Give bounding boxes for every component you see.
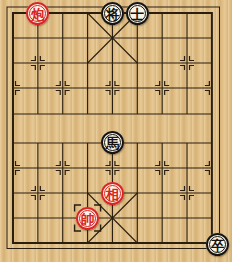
piece-character: 炮 [31,7,45,21]
xiangqi-board: 炮将士馬相帥卒 [0,0,232,262]
piece-character: 帥 [81,212,95,226]
piece-black-advisor[interactable]: 士 [126,2,149,25]
board-cell: 士 [125,1,150,27]
board-cell: 卒 [199,231,224,257]
piece-character: 将 [106,7,120,21]
piece-black-soldier[interactable]: 卒 [206,233,229,256]
piece-character: 士 [131,7,145,21]
piece-red-general[interactable]: 帥 [76,207,99,230]
piece-character: 相 [106,187,120,201]
board-cell: 将 [100,1,125,27]
piece-black-general[interactable]: 将 [101,2,124,25]
board-cell: 炮 [25,1,50,27]
piece-character: 馬 [106,136,120,150]
piece-layer: 炮将士馬相帥卒 [1,1,225,257]
piece-black-horse[interactable]: 馬 [101,131,124,154]
piece-red-cannon[interactable]: 炮 [26,2,49,25]
board-cell: 帥 [75,206,100,231]
piece-red-elephant[interactable]: 相 [101,182,124,205]
piece-character: 卒 [211,239,225,253]
board-cell: 相 [100,181,125,206]
board-cell: 馬 [100,129,125,157]
